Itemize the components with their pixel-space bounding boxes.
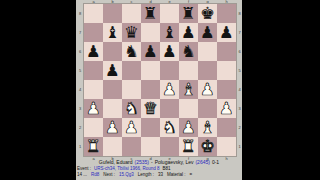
square-c4[interactable] [122, 80, 141, 99]
square-g5[interactable] [198, 61, 217, 80]
rank-label-1: 1 [76, 137, 84, 156]
rank-labels-left: 87654321 [76, 4, 84, 156]
black-pawn: ♟ [143, 42, 158, 61]
white-pawn: ♟ [162, 80, 177, 99]
square-e2[interactable]: ♞ [160, 118, 179, 137]
length-value: 33 [158, 172, 163, 177]
square-h6[interactable] [217, 42, 236, 61]
white-bishop: ♝ [200, 118, 215, 137]
square-b8[interactable] [103, 4, 122, 23]
event-line: Event : URS-ch34, Tbilisi 1966, Round 8 … [76, 166, 242, 171]
square-c8[interactable] [122, 4, 141, 23]
material-value: = [190, 172, 193, 177]
rank-label-2: 2 [76, 118, 84, 137]
pillarbox-left [0, 0, 76, 180]
next-move: 15.Qg3 [119, 172, 134, 177]
eco-code: B81 [162, 166, 170, 171]
square-b4[interactable] [103, 80, 122, 99]
white-pawn: ♟ [105, 118, 120, 137]
rank-label-6: 6 [76, 42, 84, 61]
square-e4[interactable]: ♟ [160, 80, 179, 99]
game-result: 0-1 [212, 160, 219, 165]
white-pawn: ♟ [219, 99, 234, 118]
square-f6[interactable]: ♞ [179, 42, 198, 61]
white-queen: ♛ [143, 99, 158, 118]
players-separator: - [151, 160, 153, 165]
length-label: Length : [138, 172, 154, 177]
event-name: URS-ch34, Tbilisi 1966, Round 8 [94, 166, 159, 171]
square-h1[interactable] [217, 137, 236, 156]
square-g7[interactable]: ♟ [198, 23, 217, 42]
square-g3[interactable] [198, 99, 217, 118]
next-label: Next : [103, 172, 115, 177]
square-f5[interactable] [179, 61, 198, 80]
square-d7[interactable] [141, 23, 160, 42]
rank-label-5: 5 [76, 61, 84, 80]
black-pawn: ♟ [86, 42, 101, 61]
square-a7[interactable] [84, 23, 103, 42]
square-f1[interactable]: ♜ [179, 137, 198, 156]
square-a6[interactable]: ♟ [84, 42, 103, 61]
rank-label-2: 2 [237, 118, 242, 137]
square-g2[interactable]: ♝ [198, 118, 217, 137]
square-d1[interactable] [141, 137, 160, 156]
square-h4[interactable] [217, 80, 236, 99]
square-d4[interactable] [141, 80, 160, 99]
white-rook: ♜ [181, 137, 196, 156]
square-h3[interactable]: ♟ [217, 99, 236, 118]
white-pawn: ♟ [200, 80, 215, 99]
pillarbox-right [242, 0, 320, 180]
rank-label-8: 8 [237, 4, 242, 23]
black-king: ♚ [200, 4, 215, 23]
square-d2[interactable] [141, 118, 160, 137]
white-rook: ♜ [86, 137, 101, 156]
square-d8[interactable]: ♜ [141, 4, 160, 23]
white-player-rating: (2535) [135, 160, 149, 165]
square-g8[interactable]: ♚ [198, 4, 217, 23]
game-info-bar: Gufeld, Eduard (2535) - Polugaevsky, Lev… [76, 160, 242, 177]
square-c1[interactable] [122, 137, 141, 156]
black-player-rating: (2645) [195, 160, 209, 165]
square-h5[interactable] [217, 61, 236, 80]
rank-label-7: 7 [237, 23, 242, 42]
black-knight: ♞ [124, 42, 139, 61]
white-bishop: ♝ [181, 80, 196, 99]
white-king: ♚ [200, 137, 215, 156]
square-a2[interactable] [84, 118, 103, 137]
move-number: 14 ... [77, 172, 87, 177]
square-d5[interactable] [141, 61, 160, 80]
chess-board[interactable]: ♜♜♚♝♛♝♟♟♟♟♞♟♟♞♟♟♝♟♟♞♛♟♟♟♞♟♝♜♜♚ [84, 4, 236, 156]
square-a8[interactable] [84, 4, 103, 23]
square-e5[interactable] [160, 61, 179, 80]
white-knight: ♞ [124, 99, 139, 118]
square-e7[interactable]: ♝ [160, 23, 179, 42]
rank-label-6: 6 [237, 42, 242, 61]
white-knight: ♞ [162, 118, 177, 137]
square-e1[interactable] [160, 137, 179, 156]
square-e6[interactable]: ♟ [160, 42, 179, 61]
square-e3[interactable] [160, 99, 179, 118]
black-rook: ♜ [143, 4, 158, 23]
black-knight: ♞ [181, 42, 196, 61]
rank-label-3: 3 [76, 99, 84, 118]
rank-label-4: 4 [237, 80, 242, 99]
rank-labels-right: 87654321 [237, 4, 242, 156]
last-move: Rd8 [91, 172, 99, 177]
black-queen: ♛ [124, 23, 139, 42]
square-h2[interactable] [217, 118, 236, 137]
material-label: Material : [167, 172, 186, 177]
square-a3[interactable]: ♟ [84, 99, 103, 118]
square-c3[interactable]: ♞ [122, 99, 141, 118]
board-panel: abcdefgh abcdefgh 87654321 87654321 ♜♜♚♝… [76, 0, 242, 180]
square-d3[interactable]: ♛ [141, 99, 160, 118]
square-a1[interactable]: ♜ [84, 137, 103, 156]
white-pawn: ♟ [124, 118, 139, 137]
square-b5[interactable]: ♟ [103, 61, 122, 80]
white-player-name: Gufeld, Eduard [99, 160, 133, 165]
black-pawn: ♟ [162, 42, 177, 61]
square-f3[interactable] [179, 99, 198, 118]
square-c2[interactable]: ♟ [122, 118, 141, 137]
black-rook: ♜ [181, 4, 196, 23]
square-f4[interactable]: ♝ [179, 80, 198, 99]
square-g1[interactable]: ♚ [198, 137, 217, 156]
black-bishop: ♝ [105, 23, 120, 42]
square-a4[interactable] [84, 80, 103, 99]
square-f7[interactable]: ♟ [179, 23, 198, 42]
square-c6[interactable]: ♞ [122, 42, 141, 61]
square-h7[interactable]: ♟ [217, 23, 236, 42]
square-c7[interactable]: ♛ [122, 23, 141, 42]
square-b6[interactable] [103, 42, 122, 61]
move-status-line: 14 ... Rd8 Next : 15.Qg3 Length : 33 Mat… [76, 172, 242, 177]
square-b2[interactable]: ♟ [103, 118, 122, 137]
rank-label-4: 4 [76, 80, 84, 99]
square-e8[interactable] [160, 4, 179, 23]
black-player-name: Polugaevsky, Lev [155, 160, 194, 165]
square-f2[interactable]: ♟ [179, 118, 198, 137]
rank-label-5: 5 [237, 61, 242, 80]
square-a5[interactable] [84, 61, 103, 80]
white-pawn: ♟ [181, 118, 196, 137]
black-pawn: ♟ [200, 23, 215, 42]
square-g6[interactable] [198, 42, 217, 61]
square-f8[interactable]: ♜ [179, 4, 198, 23]
black-bishop: ♝ [162, 23, 177, 42]
black-pawn: ♟ [181, 23, 196, 42]
square-b3[interactable] [103, 99, 122, 118]
black-pawn: ♟ [219, 23, 234, 42]
rank-label-8: 8 [76, 4, 84, 23]
black-pawn: ♟ [105, 61, 120, 80]
square-b1[interactable] [103, 137, 122, 156]
players-line: Gufeld, Eduard (2535) - Polugaevsky, Lev… [76, 160, 242, 165]
rank-label-7: 7 [76, 23, 84, 42]
white-pawn: ♟ [86, 99, 101, 118]
square-d6[interactable]: ♟ [141, 42, 160, 61]
rank-label-3: 3 [237, 99, 242, 118]
rank-label-1: 1 [237, 137, 242, 156]
square-c5[interactable] [122, 61, 141, 80]
square-h8[interactable] [217, 4, 236, 23]
square-b7[interactable]: ♝ [103, 23, 122, 42]
event-label: Event : [77, 166, 91, 171]
square-g4[interactable]: ♟ [198, 80, 217, 99]
